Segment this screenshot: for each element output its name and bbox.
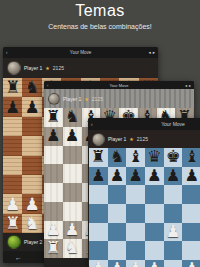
square-c3[interactable] <box>126 241 145 260</box>
chess-board-blue: ♜♞♝♛♚♝♞♜♟♟♟♟♟♟♟♟♟♟♟♟♟♟♟♟♜♞♝♛♚♝♞♜ <box>89 148 200 267</box>
square-a5[interactable] <box>44 164 63 183</box>
piece-white-pawn: ♟ <box>22 194 41 213</box>
piece-black-pawn: ♟ <box>145 167 164 186</box>
square-a7[interactable]: ♟ <box>3 97 22 116</box>
promo-title: Temas <box>0 2 200 20</box>
promo-screenshot: Temas Centenas de belas combinações! ‹ Y… <box>0 0 200 267</box>
piece-white-pawn: ♟ <box>164 223 183 242</box>
piece-black-pawn: ♟ <box>3 97 22 116</box>
square-b5[interactable] <box>22 136 41 155</box>
bot-avatar <box>7 235 21 249</box>
square-d3[interactable] <box>145 241 164 260</box>
square-a8[interactable]: ♜ <box>3 78 22 97</box>
square-b2[interactable]: ♟ <box>63 221 82 240</box>
square-a5[interactable] <box>3 136 22 155</box>
square-b3[interactable] <box>63 202 82 221</box>
promo-header: Temas Centenas de belas combinações! <box>0 2 200 30</box>
square-f4[interactable] <box>182 223 200 242</box>
square-a8[interactable]: ♜ <box>44 108 63 127</box>
square-a5[interactable] <box>89 204 108 223</box>
piece-white-pawn: ♟ <box>44 221 63 240</box>
piece-white-rook: ♜ <box>3 214 22 233</box>
top-player-row: Player 1 ★ 2125 <box>88 130 200 148</box>
square-a7[interactable]: ♟ <box>44 127 63 146</box>
piece-black-rook: ♜ <box>89 148 108 167</box>
back-icon[interactable]: ‹ <box>6 50 8 55</box>
square-e7[interactable]: ♟ <box>164 167 183 186</box>
piece-black-rook: ♜ <box>44 108 63 127</box>
square-c4[interactable] <box>126 223 145 242</box>
square-e2[interactable] <box>164 260 183 267</box>
square-a2[interactable]: ♟ <box>44 221 63 240</box>
square-d8[interactable]: ♛ <box>145 148 164 167</box>
square-b3[interactable] <box>22 175 41 194</box>
square-a6[interactable] <box>89 185 108 204</box>
square-e6[interactable] <box>164 185 183 204</box>
redo-icon[interactable]: ▸ <box>153 50 155 55</box>
square-b1[interactable]: ♞ <box>63 239 82 258</box>
square-a6[interactable] <box>3 117 22 136</box>
square-b8[interactable]: ♞ <box>22 78 41 97</box>
square-c5[interactable] <box>126 204 145 223</box>
square-b7[interactable]: ♟ <box>22 97 41 116</box>
square-b7[interactable]: ♟ <box>108 167 127 186</box>
top-player-row: Player 1 ★ 2125 <box>44 89 194 108</box>
redo-icon[interactable]: ▸ <box>189 83 191 88</box>
back-arrow-icon[interactable]: ← <box>15 254 22 261</box>
piece-black-pawn: ♟ <box>22 97 41 116</box>
square-d4[interactable] <box>145 223 164 242</box>
star-icon: ★ <box>129 136 133 142</box>
undo-icon[interactable]: ◂ <box>185 83 187 88</box>
square-f3[interactable] <box>182 241 200 260</box>
player-rating: 2125 <box>92 96 103 102</box>
piece-black-knight: ♞ <box>22 78 41 97</box>
player-name: Player 2 <box>24 239 42 245</box>
piece-white-pawn: ♟ <box>126 260 145 267</box>
square-c8[interactable]: ♝ <box>126 148 145 167</box>
square-a4[interactable] <box>44 183 63 202</box>
square-d6[interactable] <box>145 185 164 204</box>
square-e3[interactable] <box>164 241 183 260</box>
square-b6[interactable] <box>63 146 82 165</box>
square-a4[interactable] <box>3 156 22 175</box>
square-b4[interactable] <box>63 183 82 202</box>
square-b8[interactable]: ♞ <box>63 108 82 127</box>
square-d7[interactable]: ♟ <box>145 167 164 186</box>
app-screenshot-blue: ‹ Your Move ◂ ▸ Player 1 ★ 2125 ♜♞♝♛♚♝♞♜… <box>88 118 200 267</box>
undo-icon[interactable]: ◂ <box>148 50 150 55</box>
player-rating: 2125 <box>53 65 64 71</box>
piece-white-pawn: ♟ <box>145 260 164 267</box>
piece-white-knight: ♞ <box>22 214 41 233</box>
square-d5[interactable] <box>145 204 164 223</box>
square-a2[interactable]: ♟ <box>3 194 22 213</box>
square-e5[interactable] <box>164 204 183 223</box>
square-d2[interactable]: ♟ <box>145 260 164 267</box>
promo-subtitle: Centenas de belas combinações! <box>0 23 200 30</box>
app-titlebar: ‹ Your Move ◂ ▸ <box>3 47 158 58</box>
app-titlebar: ‹ Your Move ◂ ▸ <box>88 118 200 130</box>
piece-white-rook: ♜ <box>44 239 63 258</box>
app-titlebar: ‹ Your Move ◂ ▸ <box>44 81 194 89</box>
player-avatar <box>48 93 60 105</box>
square-f2[interactable]: ♟ <box>182 260 200 267</box>
square-c2[interactable]: ♟ <box>126 260 145 267</box>
piece-black-pawn: ♟ <box>126 167 145 186</box>
piece-black-pawn: ♟ <box>182 167 200 186</box>
back-icon[interactable]: ‹ <box>47 83 48 88</box>
square-b2[interactable]: ♟ <box>108 260 127 267</box>
player-avatar <box>7 61 21 75</box>
star-icon: ★ <box>84 96 88 102</box>
player-name: Player 1 <box>63 96 81 102</box>
piece-black-pawn: ♟ <box>63 127 82 146</box>
player-rating: 2125 <box>137 136 148 142</box>
square-b3[interactable] <box>108 241 127 260</box>
piece-black-king: ♚ <box>164 148 183 167</box>
piece-white-pawn: ♟ <box>89 260 108 267</box>
piece-black-queen: ♛ <box>145 148 164 167</box>
piece-black-knight: ♞ <box>108 148 127 167</box>
square-b1[interactable]: ♞ <box>22 214 41 233</box>
square-a6[interactable] <box>44 146 63 165</box>
piece-white-pawn: ♟ <box>182 260 200 267</box>
square-b6[interactable] <box>22 117 41 136</box>
square-a1[interactable]: ♜ <box>3 214 22 233</box>
piece-black-knight: ♞ <box>63 108 82 127</box>
piece-white-pawn: ♟ <box>63 221 82 240</box>
square-b2[interactable]: ♟ <box>22 194 41 213</box>
square-e8[interactable]: ♚ <box>164 148 183 167</box>
titlebar-title: Your Move <box>3 50 158 55</box>
piece-black-bishop: ♝ <box>126 148 145 167</box>
square-c7[interactable]: ♟ <box>126 167 145 186</box>
square-b7[interactable]: ♟ <box>63 127 82 146</box>
top-player-row: Player 1 ★ 2125 <box>3 58 158 78</box>
square-b5[interactable] <box>63 164 82 183</box>
square-b4[interactable] <box>108 223 127 242</box>
piece-black-bishop: ♝ <box>182 148 200 167</box>
square-e4[interactable]: ♟ <box>164 223 183 242</box>
star-icon: ★ <box>45 65 49 71</box>
piece-black-pawn: ♟ <box>44 127 63 146</box>
piece-white-pawn: ♟ <box>3 194 22 213</box>
square-f8[interactable]: ♝ <box>182 148 200 167</box>
titlebar-title: Your Move <box>44 83 194 88</box>
square-a3[interactable] <box>89 241 108 260</box>
square-a8[interactable]: ♜ <box>89 148 108 167</box>
square-c6[interactable] <box>126 185 145 204</box>
square-f5[interactable] <box>182 204 200 223</box>
player-avatar <box>92 133 105 146</box>
square-a3[interactable] <box>44 202 63 221</box>
titlebar-title: Your Move <box>88 121 200 127</box>
square-a7[interactable]: ♟ <box>89 167 108 186</box>
square-a4[interactable] <box>89 223 108 242</box>
square-b8[interactable]: ♞ <box>108 148 127 167</box>
square-f6[interactable] <box>182 185 200 204</box>
square-b6[interactable] <box>108 185 127 204</box>
piece-white-knight: ♞ <box>63 239 82 258</box>
square-b5[interactable] <box>108 204 127 223</box>
piece-white-pawn: ♟ <box>108 260 127 267</box>
player-name: Player 1 <box>108 136 126 142</box>
piece-black-pawn: ♟ <box>164 167 183 186</box>
piece-black-rook: ♜ <box>3 78 22 97</box>
player-name: Player 1 <box>24 65 42 71</box>
square-f7[interactable]: ♟ <box>182 167 200 186</box>
square-a1[interactable]: ♜ <box>44 239 63 258</box>
square-a2[interactable]: ♟ <box>89 260 108 267</box>
square-a3[interactable] <box>3 175 22 194</box>
back-icon[interactable]: ‹ <box>91 121 93 127</box>
piece-black-pawn: ♟ <box>108 167 127 186</box>
piece-black-pawn: ♟ <box>89 167 108 186</box>
square-b4[interactable] <box>22 156 41 175</box>
